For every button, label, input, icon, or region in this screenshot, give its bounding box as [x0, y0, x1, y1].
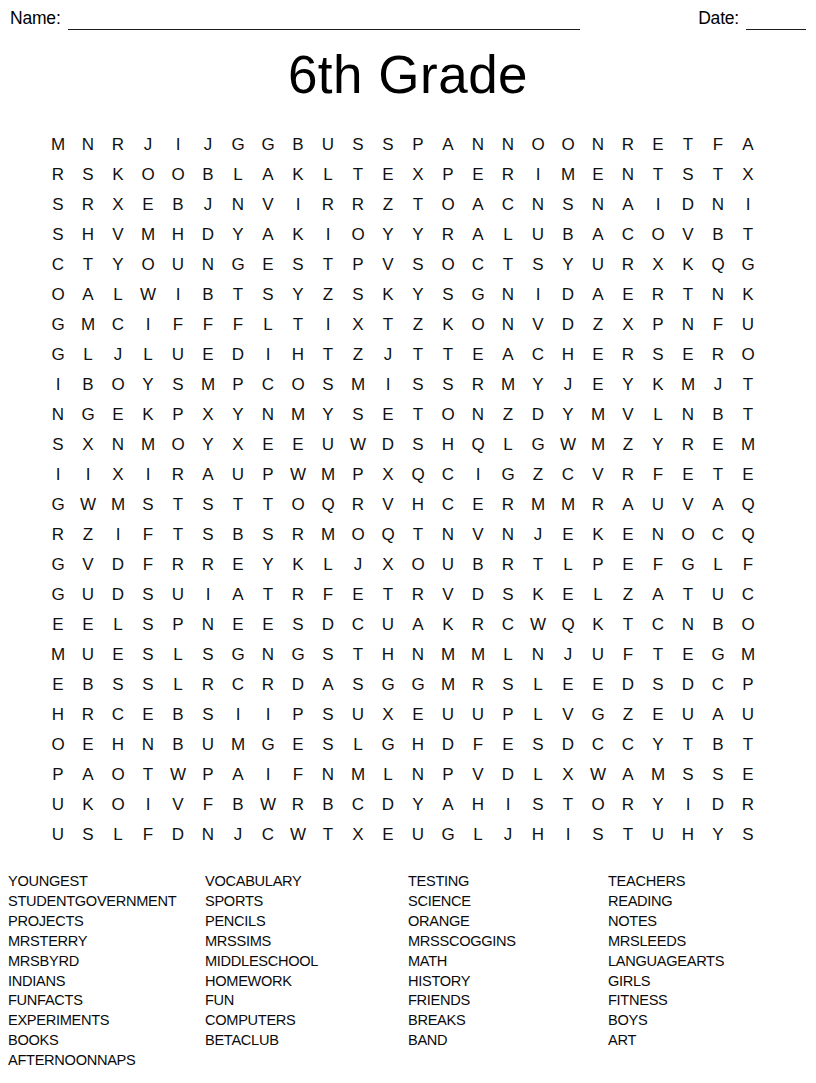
grid-cell[interactable]: E: [43, 670, 73, 700]
grid-cell[interactable]: N: [493, 520, 523, 550]
grid-cell[interactable]: P: [433, 160, 463, 190]
grid-cell[interactable]: Z: [73, 520, 103, 550]
grid-cell[interactable]: N: [193, 610, 223, 640]
grid-cell[interactable]: A: [73, 760, 103, 790]
grid-cell[interactable]: R: [283, 580, 313, 610]
grid-cell[interactable]: P: [223, 370, 253, 400]
grid-cell[interactable]: J: [193, 130, 223, 160]
grid-cell[interactable]: W: [553, 430, 583, 460]
grid-cell[interactable]: I: [493, 790, 523, 820]
grid-cell[interactable]: N: [463, 400, 493, 430]
grid-cell[interactable]: G: [43, 550, 73, 580]
grid-cell[interactable]: V: [433, 580, 463, 610]
grid-cell[interactable]: X: [403, 160, 433, 190]
grid-cell[interactable]: Q: [733, 490, 763, 520]
grid-cell[interactable]: X: [193, 400, 223, 430]
grid-cell[interactable]: E: [343, 580, 373, 610]
grid-cell[interactable]: N: [583, 190, 613, 220]
grid-cell[interactable]: N: [433, 520, 463, 550]
grid-cell[interactable]: P: [43, 760, 73, 790]
grid-cell[interactable]: G: [43, 490, 73, 520]
grid-cell[interactable]: O: [103, 370, 133, 400]
grid-cell[interactable]: R: [283, 520, 313, 550]
grid-cell[interactable]: U: [643, 490, 673, 520]
grid-cell[interactable]: A: [253, 220, 283, 250]
grid-cell[interactable]: E: [133, 700, 163, 730]
grid-cell[interactable]: I: [253, 340, 283, 370]
grid-cell[interactable]: C: [253, 820, 283, 850]
grid-cell[interactable]: Y: [643, 730, 673, 760]
grid-cell[interactable]: R: [253, 670, 283, 700]
grid-cell[interactable]: J: [493, 820, 523, 850]
grid-cell[interactable]: E: [223, 550, 253, 580]
grid-cell[interactable]: C: [613, 730, 643, 760]
grid-cell[interactable]: G: [43, 310, 73, 340]
grid-cell[interactable]: S: [193, 700, 223, 730]
grid-cell[interactable]: R: [703, 340, 733, 370]
grid-cell[interactable]: T: [253, 490, 283, 520]
grid-cell[interactable]: U: [223, 460, 253, 490]
grid-cell[interactable]: R: [493, 160, 523, 190]
grid-cell[interactable]: E: [583, 340, 613, 370]
grid-cell[interactable]: L: [703, 550, 733, 580]
grid-cell[interactable]: N: [643, 520, 673, 550]
grid-cell[interactable]: E: [253, 250, 283, 280]
grid-cell[interactable]: Y: [553, 250, 583, 280]
grid-cell[interactable]: S: [373, 130, 403, 160]
grid-cell[interactable]: S: [403, 370, 433, 400]
grid-cell[interactable]: S: [343, 670, 373, 700]
grid-cell[interactable]: G: [583, 700, 613, 730]
grid-cell[interactable]: H: [403, 730, 433, 760]
grid-cell[interactable]: J: [553, 370, 583, 400]
grid-cell[interactable]: Q: [373, 520, 403, 550]
grid-cell[interactable]: Y: [703, 820, 733, 850]
grid-cell[interactable]: U: [193, 730, 223, 760]
grid-cell[interactable]: H: [553, 340, 583, 370]
grid-cell[interactable]: K: [283, 160, 313, 190]
grid-cell[interactable]: K: [433, 310, 463, 340]
grid-cell[interactable]: E: [463, 490, 493, 520]
grid-cell[interactable]: L: [163, 670, 193, 700]
date-input-line[interactable]: [746, 12, 806, 30]
grid-cell[interactable]: H: [433, 430, 463, 460]
grid-cell[interactable]: Y: [523, 370, 553, 400]
grid-cell[interactable]: R: [43, 520, 73, 550]
grid-cell[interactable]: S: [133, 490, 163, 520]
grid-cell[interactable]: N: [703, 280, 733, 310]
grid-cell[interactable]: U: [313, 130, 343, 160]
grid-cell[interactable]: T: [403, 340, 433, 370]
grid-cell[interactable]: A: [73, 280, 103, 310]
grid-cell[interactable]: R: [643, 280, 673, 310]
grid-cell[interactable]: A: [223, 580, 253, 610]
grid-cell[interactable]: P: [283, 700, 313, 730]
grid-cell[interactable]: Q: [703, 250, 733, 280]
grid-cell[interactable]: S: [43, 430, 73, 460]
grid-cell[interactable]: S: [523, 790, 553, 820]
grid-cell[interactable]: R: [193, 550, 223, 580]
grid-cell[interactable]: R: [403, 580, 433, 610]
grid-cell[interactable]: S: [43, 220, 73, 250]
grid-cell[interactable]: G: [733, 250, 763, 280]
grid-cell[interactable]: E: [253, 430, 283, 460]
grid-cell[interactable]: O: [733, 610, 763, 640]
grid-cell[interactable]: K: [103, 160, 133, 190]
grid-cell[interactable]: F: [223, 310, 253, 340]
grid-cell[interactable]: O: [43, 730, 73, 760]
grid-cell[interactable]: V: [463, 760, 493, 790]
grid-cell[interactable]: V: [463, 520, 493, 550]
grid-cell[interactable]: T: [403, 190, 433, 220]
grid-cell[interactable]: I: [43, 370, 73, 400]
grid-cell[interactable]: S: [73, 820, 103, 850]
grid-cell[interactable]: U: [163, 340, 193, 370]
grid-cell[interactable]: Y: [553, 400, 583, 430]
grid-cell[interactable]: L: [553, 550, 583, 580]
grid-cell[interactable]: G: [223, 130, 253, 160]
grid-cell[interactable]: N: [613, 160, 643, 190]
grid-cell[interactable]: R: [163, 460, 193, 490]
grid-cell[interactable]: X: [103, 460, 133, 490]
grid-cell[interactable]: D: [673, 670, 703, 700]
grid-cell[interactable]: T: [313, 820, 343, 850]
grid-cell[interactable]: Z: [583, 310, 613, 340]
grid-cell[interactable]: L: [133, 340, 163, 370]
grid-cell[interactable]: U: [673, 700, 703, 730]
grid-cell[interactable]: L: [373, 760, 403, 790]
grid-cell[interactable]: E: [193, 340, 223, 370]
grid-cell[interactable]: C: [733, 580, 763, 610]
grid-cell[interactable]: M: [673, 370, 703, 400]
grid-cell[interactable]: E: [283, 430, 313, 460]
grid-cell[interactable]: C: [583, 730, 613, 760]
grid-cell[interactable]: H: [103, 730, 133, 760]
grid-cell[interactable]: X: [373, 550, 403, 580]
grid-cell[interactable]: L: [103, 610, 133, 640]
grid-cell[interactable]: Y: [133, 370, 163, 400]
grid-cell[interactable]: S: [493, 670, 523, 700]
grid-cell[interactable]: J: [373, 340, 403, 370]
grid-cell[interactable]: M: [283, 400, 313, 430]
grid-cell[interactable]: M: [223, 730, 253, 760]
grid-cell[interactable]: D: [553, 730, 583, 760]
grid-cell[interactable]: R: [463, 370, 493, 400]
grid-cell[interactable]: S: [523, 730, 553, 760]
grid-cell[interactable]: M: [343, 370, 373, 400]
grid-cell[interactable]: Y: [403, 280, 433, 310]
grid-cell[interactable]: P: [343, 460, 373, 490]
grid-cell[interactable]: M: [43, 640, 73, 670]
grid-cell[interactable]: D: [283, 670, 313, 700]
grid-cell[interactable]: T: [493, 250, 523, 280]
grid-cell[interactable]: S: [193, 490, 223, 520]
grid-cell[interactable]: K: [73, 790, 103, 820]
grid-cell[interactable]: E: [583, 370, 613, 400]
grid-cell[interactable]: R: [613, 250, 643, 280]
grid-cell[interactable]: M: [343, 760, 373, 790]
grid-cell[interactable]: S: [313, 370, 343, 400]
grid-cell[interactable]: E: [583, 670, 613, 700]
grid-cell[interactable]: J: [103, 340, 133, 370]
grid-cell[interactable]: Y: [403, 790, 433, 820]
grid-cell[interactable]: S: [73, 160, 103, 190]
grid-cell[interactable]: N: [253, 640, 283, 670]
grid-cell[interactable]: O: [403, 550, 433, 580]
grid-cell[interactable]: R: [313, 190, 343, 220]
grid-cell[interactable]: C: [463, 250, 493, 280]
grid-cell[interactable]: I: [733, 190, 763, 220]
grid-cell[interactable]: G: [703, 640, 733, 670]
grid-cell[interactable]: S: [493, 580, 523, 610]
grid-cell[interactable]: U: [43, 820, 73, 850]
grid-cell[interactable]: I: [253, 700, 283, 730]
grid-cell[interactable]: U: [583, 250, 613, 280]
grid-cell[interactable]: W: [163, 760, 193, 790]
grid-cell[interactable]: F: [313, 580, 343, 610]
grid-cell[interactable]: A: [703, 490, 733, 520]
grid-cell[interactable]: M: [463, 640, 493, 670]
grid-cell[interactable]: E: [673, 340, 703, 370]
grid-cell[interactable]: R: [103, 130, 133, 160]
grid-cell[interactable]: T: [643, 160, 673, 190]
grid-cell[interactable]: R: [613, 340, 643, 370]
grid-cell[interactable]: O: [343, 220, 373, 250]
grid-cell[interactable]: U: [643, 820, 673, 850]
grid-cell[interactable]: E: [493, 730, 523, 760]
grid-cell[interactable]: Y: [103, 250, 133, 280]
grid-cell[interactable]: M: [313, 460, 343, 490]
grid-cell[interactable]: K: [283, 550, 313, 580]
grid-cell[interactable]: S: [343, 400, 373, 430]
grid-cell[interactable]: Y: [613, 370, 643, 400]
grid-cell[interactable]: K: [643, 370, 673, 400]
grid-cell[interactable]: O: [523, 130, 553, 160]
grid-cell[interactable]: F: [133, 820, 163, 850]
grid-cell[interactable]: I: [163, 280, 193, 310]
grid-cell[interactable]: L: [313, 160, 343, 190]
grid-cell[interactable]: T: [223, 280, 253, 310]
grid-cell[interactable]: V: [553, 700, 583, 730]
grid-cell[interactable]: Y: [403, 220, 433, 250]
grid-cell[interactable]: L: [493, 640, 523, 670]
grid-cell[interactable]: P: [163, 400, 193, 430]
grid-cell[interactable]: I: [313, 220, 343, 250]
grid-cell[interactable]: E: [583, 160, 613, 190]
grid-cell[interactable]: N: [703, 190, 733, 220]
grid-cell[interactable]: Y: [643, 790, 673, 820]
grid-cell[interactable]: B: [163, 190, 193, 220]
grid-cell[interactable]: X: [373, 460, 403, 490]
grid-cell[interactable]: E: [703, 430, 733, 460]
grid-cell[interactable]: W: [583, 760, 613, 790]
grid-cell[interactable]: F: [703, 310, 733, 340]
grid-cell[interactable]: N: [523, 640, 553, 670]
grid-cell[interactable]: C: [343, 610, 373, 640]
grid-cell[interactable]: O: [163, 160, 193, 190]
grid-cell[interactable]: P: [163, 610, 193, 640]
grid-cell[interactable]: E: [373, 160, 403, 190]
grid-cell[interactable]: F: [613, 640, 643, 670]
grid-cell[interactable]: C: [223, 670, 253, 700]
grid-cell[interactable]: M: [583, 400, 613, 430]
grid-cell[interactable]: T: [373, 310, 403, 340]
grid-cell[interactable]: E: [133, 190, 163, 220]
grid-cell[interactable]: A: [433, 790, 463, 820]
grid-cell[interactable]: T: [673, 730, 703, 760]
grid-cell[interactable]: P: [643, 310, 673, 340]
grid-cell[interactable]: L: [493, 220, 523, 250]
grid-cell[interactable]: I: [283, 190, 313, 220]
grid-cell[interactable]: B: [223, 790, 253, 820]
grid-cell[interactable]: I: [253, 760, 283, 790]
grid-cell[interactable]: R: [193, 670, 223, 700]
grid-cell[interactable]: E: [553, 520, 583, 550]
grid-cell[interactable]: Y: [313, 400, 343, 430]
grid-cell[interactable]: L: [103, 280, 133, 310]
grid-cell[interactable]: A: [643, 580, 673, 610]
grid-cell[interactable]: S: [43, 190, 73, 220]
grid-cell[interactable]: O: [643, 220, 673, 250]
grid-cell[interactable]: L: [313, 550, 343, 580]
grid-cell[interactable]: E: [613, 520, 643, 550]
grid-cell[interactable]: Q: [463, 430, 493, 460]
grid-cell[interactable]: M: [493, 370, 523, 400]
grid-cell[interactable]: H: [73, 220, 103, 250]
grid-cell[interactable]: S: [193, 520, 223, 550]
grid-cell[interactable]: U: [733, 310, 763, 340]
grid-cell[interactable]: R: [463, 610, 493, 640]
grid-cell[interactable]: U: [433, 550, 463, 580]
grid-cell[interactable]: E: [43, 610, 73, 640]
grid-cell[interactable]: O: [433, 190, 463, 220]
grid-cell[interactable]: N: [193, 250, 223, 280]
grid-cell[interactable]: X: [553, 760, 583, 790]
grid-cell[interactable]: X: [223, 430, 253, 460]
grid-cell[interactable]: Z: [493, 400, 523, 430]
grid-cell[interactable]: G: [493, 460, 523, 490]
grid-cell[interactable]: N: [673, 610, 703, 640]
grid-cell[interactable]: P: [733, 670, 763, 700]
grid-cell[interactable]: T: [253, 580, 283, 610]
grid-cell[interactable]: C: [523, 340, 553, 370]
grid-cell[interactable]: F: [733, 550, 763, 580]
grid-cell[interactable]: S: [673, 160, 703, 190]
grid-cell[interactable]: E: [103, 400, 133, 430]
grid-cell[interactable]: A: [583, 220, 613, 250]
grid-cell[interactable]: C: [43, 250, 73, 280]
grid-cell[interactable]: R: [283, 790, 313, 820]
grid-cell[interactable]: F: [163, 310, 193, 340]
grid-cell[interactable]: J: [523, 520, 553, 550]
grid-cell[interactable]: X: [103, 190, 133, 220]
grid-cell[interactable]: G: [253, 730, 283, 760]
grid-cell[interactable]: S: [583, 820, 613, 850]
grid-cell[interactable]: C: [433, 490, 463, 520]
grid-cell[interactable]: T: [733, 400, 763, 430]
grid-cell[interactable]: H: [463, 790, 493, 820]
grid-cell[interactable]: M: [733, 640, 763, 670]
grid-cell[interactable]: F: [643, 460, 673, 490]
grid-cell[interactable]: O: [673, 520, 703, 550]
grid-cell[interactable]: O: [733, 340, 763, 370]
grid-cell[interactable]: S: [553, 190, 583, 220]
grid-cell[interactable]: E: [463, 340, 493, 370]
grid-cell[interactable]: G: [223, 250, 253, 280]
grid-cell[interactable]: I: [223, 700, 253, 730]
grid-cell[interactable]: V: [103, 220, 133, 250]
grid-cell[interactable]: Z: [523, 460, 553, 490]
grid-cell[interactable]: U: [703, 580, 733, 610]
grid-cell[interactable]: E: [283, 730, 313, 760]
grid-cell[interactable]: G: [673, 550, 703, 580]
grid-cell[interactable]: B: [163, 700, 193, 730]
grid-cell[interactable]: X: [73, 430, 103, 460]
grid-cell[interactable]: A: [223, 760, 253, 790]
grid-cell[interactable]: M: [583, 430, 613, 460]
grid-cell[interactable]: K: [523, 580, 553, 610]
grid-cell[interactable]: F: [283, 760, 313, 790]
grid-cell[interactable]: L: [523, 700, 553, 730]
grid-cell[interactable]: R: [43, 160, 73, 190]
grid-cell[interactable]: J: [193, 190, 223, 220]
grid-cell[interactable]: D: [553, 310, 583, 340]
grid-cell[interactable]: D: [223, 340, 253, 370]
grid-cell[interactable]: Y: [283, 280, 313, 310]
grid-cell[interactable]: N: [403, 760, 433, 790]
grid-cell[interactable]: N: [403, 640, 433, 670]
grid-cell[interactable]: J: [553, 640, 583, 670]
grid-cell[interactable]: N: [583, 130, 613, 160]
grid-cell[interactable]: U: [43, 790, 73, 820]
grid-cell[interactable]: R: [493, 490, 523, 520]
grid-cell[interactable]: P: [433, 760, 463, 790]
grid-cell[interactable]: A: [583, 280, 613, 310]
grid-cell[interactable]: V: [673, 490, 703, 520]
grid-cell[interactable]: H: [403, 490, 433, 520]
grid-cell[interactable]: X: [733, 160, 763, 190]
grid-cell[interactable]: P: [403, 130, 433, 160]
grid-cell[interactable]: M: [103, 490, 133, 520]
grid-cell[interactable]: A: [253, 160, 283, 190]
name-input-line[interactable]: [68, 12, 580, 30]
grid-cell[interactable]: I: [313, 310, 343, 340]
grid-cell[interactable]: C: [703, 670, 733, 700]
grid-cell[interactable]: N: [463, 130, 493, 160]
grid-cell[interactable]: R: [673, 430, 703, 460]
grid-cell[interactable]: A: [493, 340, 523, 370]
grid-cell[interactable]: E: [613, 280, 643, 310]
grid-cell[interactable]: O: [103, 760, 133, 790]
grid-cell[interactable]: Z: [613, 430, 643, 460]
grid-cell[interactable]: A: [433, 130, 463, 160]
grid-cell[interactable]: A: [613, 190, 643, 220]
grid-cell[interactable]: B: [703, 610, 733, 640]
grid-cell[interactable]: J: [223, 820, 253, 850]
grid-cell[interactable]: I: [103, 520, 133, 550]
grid-cell[interactable]: E: [643, 130, 673, 160]
grid-cell[interactable]: D: [673, 190, 703, 220]
grid-cell[interactable]: B: [703, 730, 733, 760]
grid-cell[interactable]: G: [373, 730, 403, 760]
grid-cell[interactable]: T: [433, 340, 463, 370]
grid-cell[interactable]: T: [673, 130, 703, 160]
grid-cell[interactable]: L: [523, 760, 553, 790]
grid-cell[interactable]: F: [643, 550, 673, 580]
grid-cell[interactable]: T: [703, 160, 733, 190]
grid-cell[interactable]: V: [253, 190, 283, 220]
grid-cell[interactable]: N: [43, 400, 73, 430]
